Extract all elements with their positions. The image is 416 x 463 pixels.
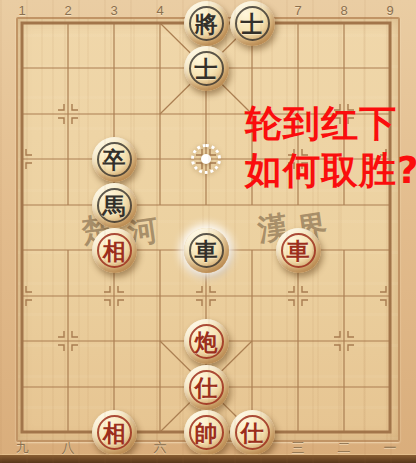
piece-red-general[interactable]: 帥 — [184, 410, 229, 455]
piece-character: 炮 — [195, 330, 218, 353]
piece-character: 士 — [241, 12, 264, 35]
piece-black-general[interactable]: 將 — [184, 1, 229, 46]
col-label-top-8: 8 — [340, 3, 347, 18]
piece-red-elephant[interactable]: 相 — [92, 228, 137, 273]
col-label-top-9: 9 — [386, 3, 393, 18]
piece-red-advisor[interactable]: 仕 — [230, 410, 275, 455]
piece-character: 士 — [195, 57, 218, 80]
piece-black-soldier[interactable]: 卒 — [92, 137, 137, 182]
piece-character: 車 — [195, 239, 218, 262]
piece-black-chariot[interactable]: 車 — [184, 228, 229, 273]
piece-character: 相 — [103, 421, 126, 444]
col-label-top-7: 7 — [294, 3, 301, 18]
piece-black-horse[interactable]: 馬 — [92, 183, 137, 228]
piece-character: 仕 — [241, 421, 264, 444]
col-label-top-3: 3 — [110, 3, 117, 18]
piece-character: 相 — [103, 239, 126, 262]
col-label-top-2: 2 — [64, 3, 71, 18]
col-label-top-1: 1 — [18, 3, 25, 18]
xiangqi-app: 123456789九八七六五四三二一 楚河漢界 將士士卒馬車相車炮仕相帥仕 轮到… — [0, 0, 416, 463]
piece-black-advisor[interactable]: 士 — [230, 1, 275, 46]
bottom-wood-strip — [0, 455, 416, 463]
piece-red-cannon[interactable]: 炮 — [184, 319, 229, 364]
piece-red-elephant[interactable]: 相 — [92, 410, 137, 455]
piece-black-advisor[interactable]: 士 — [184, 46, 229, 91]
piece-character: 車 — [287, 239, 310, 262]
piece-character: 帥 — [195, 421, 218, 444]
piece-character: 卒 — [103, 148, 126, 171]
piece-character: 將 — [195, 12, 218, 35]
col-label-top-4: 4 — [156, 3, 163, 18]
piece-character: 仕 — [195, 376, 218, 399]
piece-red-chariot[interactable]: 車 — [276, 228, 321, 273]
piece-character: 馬 — [103, 194, 126, 217]
piece-red-advisor[interactable]: 仕 — [184, 365, 229, 410]
